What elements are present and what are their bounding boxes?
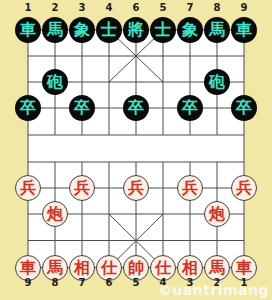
xiangqi-board: 123465789 車馬象士將士象馬車砲砲卒卒卒卒卒兵兵兵兵兵炮炮車馬相仕帥仕相… — [0, 0, 272, 300]
file-label: 6 — [96, 276, 123, 289]
black-piece-disc: 砲 — [204, 69, 230, 95]
file-label: 9 — [15, 276, 42, 289]
piece-black-chariot[interactable]: 車 — [231, 17, 258, 43]
black-piece-disc: 車 — [231, 17, 257, 43]
red-piece-disc: 兵 — [123, 175, 149, 201]
black-piece-disc: 士 — [96, 17, 122, 43]
red-piece-disc: 兵 — [15, 175, 41, 201]
piece-black-soldier[interactable]: 卒 — [69, 95, 96, 121]
pieces-layer: 車馬象士將士象馬車砲砲卒卒卒卒卒兵兵兵兵兵炮炮車馬相仕帥仕相馬車 — [15, 17, 258, 281]
black-piece-disc: 象 — [177, 17, 203, 43]
red-piece-disc: 兵 — [177, 175, 203, 201]
file-label: 7 — [177, 1, 204, 14]
piece-black-cannon[interactable]: 砲 — [42, 69, 69, 95]
red-piece-disc: 兵 — [69, 175, 95, 201]
piece-black-soldier[interactable]: 卒 — [15, 95, 42, 121]
black-piece-disc: 馬 — [204, 17, 230, 43]
piece-red-cannon[interactable]: 炮 — [204, 201, 231, 227]
piece-black-cannon[interactable]: 砲 — [204, 69, 231, 95]
piece-black-elephant[interactable]: 象 — [69, 17, 96, 43]
piece-red-soldier[interactable]: 兵 — [69, 175, 96, 201]
piece-black-soldier[interactable]: 卒 — [177, 95, 204, 121]
file-label: 6 — [123, 1, 150, 14]
black-piece-disc: 士 — [150, 17, 176, 43]
file-label: 2 — [42, 1, 69, 14]
piece-black-horse[interactable]: 馬 — [42, 17, 69, 43]
red-piece-disc: 兵 — [231, 175, 257, 201]
piece-black-chariot[interactable]: 車 — [15, 17, 42, 43]
black-piece-disc: 車 — [15, 17, 41, 43]
piece-black-advisor[interactable]: 士 — [150, 17, 177, 43]
piece-red-soldier[interactable]: 兵 — [15, 175, 42, 201]
file-label: 8 — [204, 1, 231, 14]
piece-black-advisor[interactable]: 士 — [96, 17, 123, 43]
file-label: 7 — [69, 276, 96, 289]
black-piece-disc: 卒 — [69, 95, 95, 121]
black-piece-disc: 馬 — [42, 17, 68, 43]
piece-black-elephant[interactable]: 象 — [177, 17, 204, 43]
top-file-labels: 123465789 — [15, 1, 258, 14]
file-label: 4 — [96, 1, 123, 14]
piece-black-horse[interactable]: 馬 — [204, 17, 231, 43]
piece-black-soldier[interactable]: 卒 — [231, 95, 258, 121]
piece-black-general[interactable]: 將 — [123, 17, 150, 43]
piece-red-soldier[interactable]: 兵 — [231, 175, 258, 201]
piece-red-cannon[interactable]: 炮 — [42, 201, 69, 227]
red-piece-disc: 炮 — [42, 201, 68, 227]
black-piece-disc: 卒 — [177, 95, 203, 121]
black-piece-disc: 卒 — [123, 95, 149, 121]
black-piece-disc: 將 — [123, 17, 149, 43]
black-piece-disc: 砲 — [42, 69, 68, 95]
file-label: 5 — [150, 1, 177, 14]
piece-red-soldier[interactable]: 兵 — [177, 175, 204, 201]
black-piece-disc: 卒 — [231, 95, 257, 121]
piece-red-soldier[interactable]: 兵 — [123, 175, 150, 201]
file-label: 8 — [42, 276, 69, 289]
file-label: 9 — [231, 1, 258, 14]
red-piece-disc: 炮 — [204, 201, 230, 227]
black-piece-disc: 卒 — [15, 95, 41, 121]
watermark: ©uantrimang — [158, 282, 269, 298]
file-label: 3 — [69, 1, 96, 14]
file-label: 5 — [123, 276, 150, 289]
black-piece-disc: 象 — [69, 17, 95, 43]
piece-black-soldier[interactable]: 卒 — [123, 95, 150, 121]
file-label: 1 — [15, 1, 42, 14]
